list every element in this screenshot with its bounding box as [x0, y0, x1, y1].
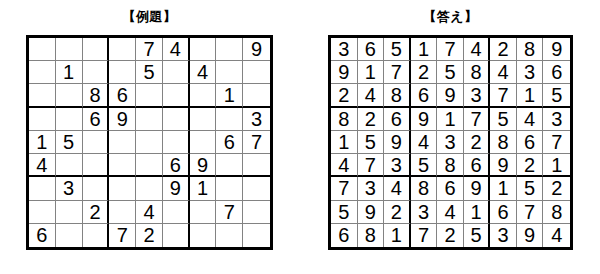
example-board-cell-r2c3 — [83, 61, 110, 84]
answer-board-cell-r6c7: 9 — [490, 154, 517, 177]
answer-board-cell-r9c5: 2 — [437, 224, 464, 247]
answer-board-cell-r2c3: 7 — [384, 61, 411, 84]
example-board-cell-r9c9 — [243, 224, 270, 247]
answer-board-cell-r3c6: 3 — [464, 84, 491, 107]
answer-board-cell-r1c8: 8 — [517, 38, 544, 61]
answer-board-cell-r3c4: 6 — [411, 84, 438, 107]
example-board-cell-r1c6: 4 — [163, 38, 190, 61]
answer-board-cell-r4c4: 9 — [411, 108, 438, 131]
answer-board-cell-r5c8: 6 — [517, 131, 544, 154]
example-board-cell-r8c6 — [163, 201, 190, 224]
example-board-cell-r5c3 — [83, 131, 110, 154]
example-board-cell-r1c5: 7 — [136, 38, 163, 61]
example-board-cell-r6c9 — [243, 154, 270, 177]
example-board-cell-r5c4 — [109, 131, 136, 154]
answer-board-cell-r7c9: 2 — [543, 177, 570, 200]
example-board-cell-r6c3 — [83, 154, 110, 177]
answer-board-cell-r3c9: 5 — [543, 84, 570, 107]
answer-board-cell-r9c9: 4 — [543, 224, 570, 247]
example-board-cell-r1c2 — [56, 38, 83, 61]
example-board-cell-r4c7 — [190, 108, 217, 131]
answer-board-cell-r2c5: 5 — [437, 61, 464, 84]
answer-board-cell-r8c7: 6 — [490, 201, 517, 224]
example-board-cell-r6c6: 6 — [163, 154, 190, 177]
answer-board-cell-r6c6: 6 — [464, 154, 491, 177]
answer-board-cell-r5c3: 9 — [384, 131, 411, 154]
answer-board-cell-r8c9: 8 — [543, 201, 570, 224]
example-title: 【例題】 — [26, 8, 273, 35]
example-board-cell-r8c3: 2 — [83, 201, 110, 224]
example-board-cell-r7c2: 3 — [56, 177, 83, 200]
answer-board-cell-r6c1: 4 — [331, 154, 358, 177]
example-board-cell-r3c5 — [136, 84, 163, 107]
example-board-cell-r6c4 — [109, 154, 136, 177]
example-board-cell-r3c8: 1 — [216, 84, 243, 107]
answer-board-cell-r2c9: 6 — [543, 61, 570, 84]
answer-board-cell-r9c1: 6 — [331, 224, 358, 247]
example-board-cell-r4c4: 9 — [109, 108, 136, 131]
example-board-cell-r2c6 — [163, 61, 190, 84]
answer-panel: 【答え】 36517428991725843624869371582691754… — [328, 8, 573, 250]
example-board-cell-r3c2 — [56, 84, 83, 107]
answer-board-cell-r2c7: 4 — [490, 61, 517, 84]
example-board-cell-r4c3: 6 — [83, 108, 110, 131]
answer-board-cell-r4c5: 1 — [437, 108, 464, 131]
answer-board-cell-r2c4: 2 — [411, 61, 438, 84]
answer-board-cell-r7c7: 1 — [490, 177, 517, 200]
example-board-cell-r7c1 — [29, 177, 56, 200]
answer-board-cell-r3c8: 1 — [517, 84, 544, 107]
example-board-cell-r1c4 — [109, 38, 136, 61]
answer-board-cell-r7c3: 4 — [384, 177, 411, 200]
answer-board-cell-r7c5: 6 — [437, 177, 464, 200]
example-board-cell-r6c1: 4 — [29, 154, 56, 177]
example-board-cell-r8c4 — [109, 201, 136, 224]
answer-board-cell-r7c2: 3 — [358, 177, 385, 200]
example-board-cell-r8c9 — [243, 201, 270, 224]
example-board-cell-r5c9: 7 — [243, 131, 270, 154]
sudoku-page: 【例題】 7491548616931567469391247672 【答え】 3… — [0, 0, 600, 274]
example-board-cell-r5c2: 5 — [56, 131, 83, 154]
answer-board-cell-r8c3: 2 — [384, 201, 411, 224]
example-board-cell-r4c1 — [29, 108, 56, 131]
example-board-cell-r7c9 — [243, 177, 270, 200]
answer-board-cell-r5c1: 1 — [331, 131, 358, 154]
answer-board-cell-r8c2: 9 — [358, 201, 385, 224]
answer-board-cell-r4c1: 8 — [331, 108, 358, 131]
example-board-cell-r8c1 — [29, 201, 56, 224]
example-board-cell-r6c2 — [56, 154, 83, 177]
example-board-cell-r8c7 — [190, 201, 217, 224]
answer-board: 3651742899172584362486937158269175431594… — [328, 35, 573, 250]
answer-board-cell-r8c5: 4 — [437, 201, 464, 224]
example-board-cell-r4c6 — [163, 108, 190, 131]
example-board-cell-r9c3 — [83, 224, 110, 247]
answer-board-cell-r2c8: 3 — [517, 61, 544, 84]
example-board-cell-r1c3 — [83, 38, 110, 61]
example-board-cell-r2c5: 5 — [136, 61, 163, 84]
answer-title: 【答え】 — [328, 8, 573, 35]
example-board-cell-r9c4: 7 — [109, 224, 136, 247]
answer-board-cell-r3c5: 9 — [437, 84, 464, 107]
answer-board-cell-r7c8: 5 — [517, 177, 544, 200]
answer-board-cell-r2c1: 9 — [331, 61, 358, 84]
example-board-cell-r8c2 — [56, 201, 83, 224]
example-board-cell-r2c7: 4 — [190, 61, 217, 84]
answer-board-cell-r7c6: 9 — [464, 177, 491, 200]
example-board-cell-r4c9: 3 — [243, 108, 270, 131]
example-board-cell-r2c4 — [109, 61, 136, 84]
answer-board-cell-r2c6: 8 — [464, 61, 491, 84]
example-board-cell-r9c6 — [163, 224, 190, 247]
answer-board-cell-r9c2: 8 — [358, 224, 385, 247]
answer-board-cell-r3c3: 8 — [384, 84, 411, 107]
example-board-cell-r7c6: 9 — [163, 177, 190, 200]
answer-board-cell-r7c4: 8 — [411, 177, 438, 200]
answer-board-cell-r1c2: 6 — [358, 38, 385, 61]
example-board-cell-r6c8 — [216, 154, 243, 177]
example-board-cell-r7c7: 1 — [190, 177, 217, 200]
answer-board-cell-r9c8: 9 — [517, 224, 544, 247]
answer-board-cell-r9c7: 3 — [490, 224, 517, 247]
answer-board-cell-r8c1: 5 — [331, 201, 358, 224]
example-board-cell-r3c7 — [190, 84, 217, 107]
example-board-cell-r1c1 — [29, 38, 56, 61]
example-board-cell-r3c4: 6 — [109, 84, 136, 107]
answer-board-cell-r4c3: 6 — [384, 108, 411, 131]
answer-board-cell-r4c2: 2 — [358, 108, 385, 131]
answer-board-cell-r8c4: 3 — [411, 201, 438, 224]
answer-board-cell-r2c2: 1 — [358, 61, 385, 84]
answer-board-cell-r6c5: 8 — [437, 154, 464, 177]
answer-board-cell-r5c2: 5 — [358, 131, 385, 154]
answer-board-cell-r5c9: 7 — [543, 131, 570, 154]
answer-board-cell-r3c2: 4 — [358, 84, 385, 107]
answer-board-cell-r6c2: 7 — [358, 154, 385, 177]
example-board-cell-r3c3: 8 — [83, 84, 110, 107]
answer-board-cell-r1c6: 4 — [464, 38, 491, 61]
example-board-cell-r1c9: 9 — [243, 38, 270, 61]
example-board-cell-r3c9 — [243, 84, 270, 107]
answer-board-cell-r6c8: 2 — [517, 154, 544, 177]
example-board-cell-r6c7: 9 — [190, 154, 217, 177]
example-board-cell-r9c8 — [216, 224, 243, 247]
example-board-cell-r3c1 — [29, 84, 56, 107]
answer-board-cell-r5c4: 4 — [411, 131, 438, 154]
answer-board-cell-r5c5: 3 — [437, 131, 464, 154]
example-board-cell-r7c3 — [83, 177, 110, 200]
example-board-cell-r8c8: 7 — [216, 201, 243, 224]
example-board-cell-r5c6 — [163, 131, 190, 154]
example-board-cell-r5c5 — [136, 131, 163, 154]
answer-board-cell-r9c3: 1 — [384, 224, 411, 247]
answer-board-cell-r5c6: 2 — [464, 131, 491, 154]
answer-board-cell-r6c3: 3 — [384, 154, 411, 177]
example-board-cell-r8c5: 4 — [136, 201, 163, 224]
example-board-cell-r5c8: 6 — [216, 131, 243, 154]
example-board-cell-r7c4 — [109, 177, 136, 200]
answer-board-cell-r4c6: 7 — [464, 108, 491, 131]
answer-board-cell-r7c1: 7 — [331, 177, 358, 200]
example-board-cell-r2c2: 1 — [56, 61, 83, 84]
example-board-cell-r3c6 — [163, 84, 190, 107]
answer-board-cell-r4c7: 5 — [490, 108, 517, 131]
answer-board-cell-r1c9: 9 — [543, 38, 570, 61]
example-board-cell-r9c1: 6 — [29, 224, 56, 247]
answer-board-cell-r1c7: 2 — [490, 38, 517, 61]
example-board-cell-r5c7 — [190, 131, 217, 154]
answer-board-cell-r8c8: 7 — [517, 201, 544, 224]
example-board-cell-r7c5 — [136, 177, 163, 200]
answer-board-cell-r9c6: 5 — [464, 224, 491, 247]
example-board-cell-r4c5 — [136, 108, 163, 131]
answer-board-cell-r4c9: 3 — [543, 108, 570, 131]
example-board-cell-r9c5: 2 — [136, 224, 163, 247]
answer-board-cell-r3c7: 7 — [490, 84, 517, 107]
example-board-cell-r2c1 — [29, 61, 56, 84]
answer-board-cell-r5c7: 8 — [490, 131, 517, 154]
answer-board-cell-r1c1: 3 — [331, 38, 358, 61]
example-board-cell-r6c5 — [136, 154, 163, 177]
example-board-cell-r1c8 — [216, 38, 243, 61]
answer-board-cell-r1c4: 1 — [411, 38, 438, 61]
example-board-cell-r2c9 — [243, 61, 270, 84]
answer-board-cell-r9c4: 7 — [411, 224, 438, 247]
answer-board-cell-r6c4: 5 — [411, 154, 438, 177]
example-panel: 【例題】 7491548616931567469391247672 — [26, 8, 273, 250]
example-board-cell-r9c2 — [56, 224, 83, 247]
answer-board-cell-r8c6: 1 — [464, 201, 491, 224]
example-board-cell-r1c7 — [190, 38, 217, 61]
example-board-cell-r2c8 — [216, 61, 243, 84]
example-board-cell-r7c8 — [216, 177, 243, 200]
answer-board-cell-r4c8: 4 — [517, 108, 544, 131]
example-board-cell-r9c7 — [190, 224, 217, 247]
answer-board-cell-r1c5: 7 — [437, 38, 464, 61]
example-board-cell-r5c1: 1 — [29, 131, 56, 154]
answer-board-cell-r3c1: 2 — [331, 84, 358, 107]
example-board-cell-r4c8 — [216, 108, 243, 131]
example-board-cell-r4c2 — [56, 108, 83, 131]
answer-board-cell-r6c9: 1 — [543, 154, 570, 177]
answer-board-cell-r1c3: 5 — [384, 38, 411, 61]
example-board: 7491548616931567469391247672 — [26, 35, 273, 250]
